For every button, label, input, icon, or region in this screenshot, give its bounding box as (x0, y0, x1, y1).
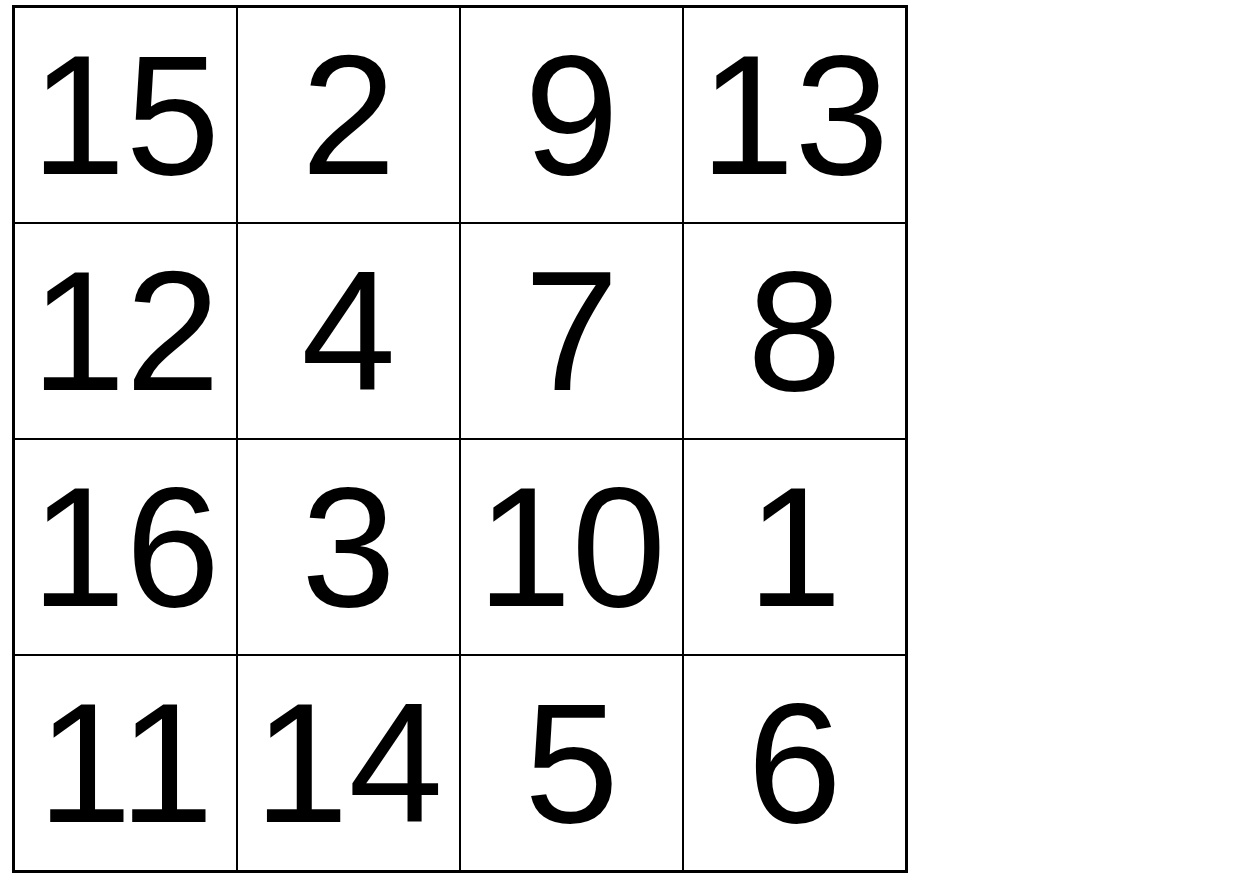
cell-r2c2[interactable]: 4 (238, 224, 459, 438)
cell-r4c4[interactable]: 6 (684, 656, 905, 870)
cell-r1c4[interactable]: 13 (684, 8, 905, 222)
cell-r2c3[interactable]: 7 (461, 224, 682, 438)
cell-r2c4[interactable]: 8 (684, 224, 905, 438)
cell-r3c2[interactable]: 3 (238, 440, 459, 654)
cell-r1c3[interactable]: 9 (461, 8, 682, 222)
cell-r3c1[interactable]: 16 (15, 440, 236, 654)
number-grid-board: 15 2 9 13 12 4 7 8 16 3 10 1 11 14 5 6 (12, 5, 908, 873)
cell-r1c2[interactable]: 2 (238, 8, 459, 222)
cell-r4c2[interactable]: 14 (238, 656, 459, 870)
cell-r3c4[interactable]: 1 (684, 440, 905, 654)
cell-r1c1[interactable]: 15 (15, 8, 236, 222)
cell-r3c3[interactable]: 10 (461, 440, 682, 654)
cell-r4c1[interactable]: 11 (15, 656, 236, 870)
cell-r2c1[interactable]: 12 (15, 224, 236, 438)
cell-r4c3[interactable]: 5 (461, 656, 682, 870)
